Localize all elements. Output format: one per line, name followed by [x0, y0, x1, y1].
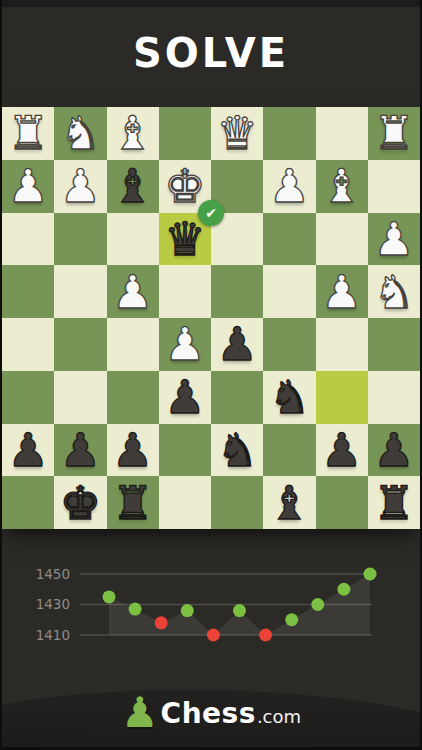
- black-queen-piece: ♛: [164, 216, 205, 262]
- square-h3[interactable]: [2, 213, 54, 266]
- square-g4[interactable]: [54, 265, 106, 318]
- black-king-piece: ♚: [60, 480, 101, 526]
- square-h1[interactable]: ♜: [2, 107, 54, 160]
- square-c8[interactable]: ♝: [263, 476, 315, 529]
- square-e4[interactable]: [159, 265, 211, 318]
- white-pawn-piece: ♟: [112, 269, 153, 315]
- rating-point-4-win: [181, 604, 194, 617]
- rating-point-10-win: [337, 583, 350, 596]
- square-f6[interactable]: [107, 371, 159, 424]
- white-pawn-piece: ♟: [164, 321, 205, 367]
- square-d6[interactable]: [211, 371, 263, 424]
- square-f5[interactable]: [107, 318, 159, 371]
- square-f7[interactable]: ♟: [107, 424, 159, 477]
- black-pawn-piece: ♟: [373, 427, 414, 473]
- square-c5[interactable]: [263, 318, 315, 371]
- white-king-piece: ♚: [164, 163, 205, 209]
- square-b4[interactable]: ♟: [316, 265, 368, 318]
- square-h7[interactable]: ♟: [2, 424, 54, 477]
- square-e6[interactable]: ♟: [159, 371, 211, 424]
- square-b5[interactable]: [316, 318, 368, 371]
- brand-name: Chess: [161, 697, 256, 730]
- white-pawn-piece: ♟: [8, 163, 49, 209]
- square-e5[interactable]: ♟: [159, 318, 211, 371]
- black-bishop-piece: ♝: [112, 163, 153, 209]
- black-knight-piece: ♞: [269, 374, 310, 420]
- square-a7[interactable]: ♟: [368, 424, 420, 477]
- rating-point-8-win: [285, 613, 298, 626]
- black-pawn-piece: ♟: [60, 427, 101, 473]
- rating-point-7-loss: [259, 629, 272, 642]
- square-f3[interactable]: [107, 213, 159, 266]
- chess-board: ♜♞♝♛♜♟♟♝♚♟♝♛♟♟♟♞♟♟♟♞♟♟♟♞♟♟♚♜♝♜✔: [2, 107, 420, 529]
- square-d7[interactable]: ♞: [211, 424, 263, 477]
- app-screen: SOLVE ♜♞♝♛♜♟♟♝♚♟♝♛♟♟♟♞♟♟♟♞♟♟♟♞♟♟♚♜♝♜✔ 14…: [0, 0, 422, 750]
- square-a5[interactable]: [368, 318, 420, 371]
- square-b1[interactable]: [316, 107, 368, 160]
- black-rook-piece: ♜: [112, 480, 153, 526]
- rating-point-3-loss: [155, 616, 168, 629]
- square-b7[interactable]: ♟: [316, 424, 368, 477]
- white-pawn-piece: ♟: [269, 163, 310, 209]
- rating-point-1-win: [103, 590, 116, 603]
- rating-point-6-win: [233, 604, 246, 617]
- square-g8[interactable]: ♚: [54, 476, 106, 529]
- square-e8[interactable]: [159, 476, 211, 529]
- square-a3[interactable]: ♟: [368, 213, 420, 266]
- square-h6[interactable]: [2, 371, 54, 424]
- chesscom-logo: ♟Chess.com: [2, 688, 420, 738]
- rating-point-11-win: [364, 568, 377, 581]
- black-bishop-piece: ♝: [269, 480, 310, 526]
- square-a6[interactable]: [368, 371, 420, 424]
- square-h5[interactable]: [2, 318, 54, 371]
- white-pawn-piece: ♟: [321, 269, 362, 315]
- rating-point-2-win: [129, 603, 142, 616]
- square-c7[interactable]: [263, 424, 315, 477]
- white-rook-piece: ♜: [373, 110, 414, 156]
- brand-tld: .com: [257, 706, 301, 727]
- page-title: SOLVE: [2, 30, 420, 76]
- square-c2[interactable]: ♟: [263, 160, 315, 213]
- white-rook-piece: ♜: [8, 110, 49, 156]
- white-bishop-piece: ♝: [321, 163, 362, 209]
- black-pawn-piece: ♟: [321, 427, 362, 473]
- square-h2[interactable]: ♟: [2, 160, 54, 213]
- square-a1[interactable]: ♜: [368, 107, 420, 160]
- check-icon: ✔: [205, 206, 217, 220]
- rating-chart: 145014301410: [2, 552, 422, 662]
- square-g6[interactable]: [54, 371, 106, 424]
- square-a2[interactable]: [368, 160, 420, 213]
- white-bishop-piece: ♝: [112, 110, 153, 156]
- square-g1[interactable]: ♞: [54, 107, 106, 160]
- pawn-logo-icon: ♟: [121, 692, 159, 734]
- status-bar-strip: [2, 0, 420, 7]
- rating-point-5-loss: [207, 629, 220, 642]
- square-e7[interactable]: [159, 424, 211, 477]
- square-c3[interactable]: [263, 213, 315, 266]
- square-a4[interactable]: ♞: [368, 265, 420, 318]
- square-e1[interactable]: [159, 107, 211, 160]
- square-d4[interactable]: [211, 265, 263, 318]
- square-g5[interactable]: [54, 318, 106, 371]
- black-pawn-piece: ♟: [8, 427, 49, 473]
- white-knight-piece: ♞: [373, 269, 414, 315]
- white-queen-piece: ♛: [217, 110, 258, 156]
- square-c1[interactable]: [263, 107, 315, 160]
- square-d1[interactable]: ♛: [211, 107, 263, 160]
- square-c4[interactable]: [263, 265, 315, 318]
- square-b2[interactable]: ♝: [316, 160, 368, 213]
- square-d5[interactable]: ♟: [211, 318, 263, 371]
- white-pawn-piece: ♟: [60, 163, 101, 209]
- square-b6[interactable]: [316, 371, 368, 424]
- square-f1[interactable]: ♝: [107, 107, 159, 160]
- square-b8[interactable]: [316, 476, 368, 529]
- black-knight-piece: ♞: [217, 427, 258, 473]
- black-pawn-piece: ♟: [164, 374, 205, 420]
- square-b3[interactable]: [316, 213, 368, 266]
- ytick-label-1450: 1450: [36, 566, 70, 582]
- square-f2[interactable]: ♝: [107, 160, 159, 213]
- correct-move-badge: ✔: [198, 200, 224, 226]
- square-a8[interactable]: ♜: [368, 476, 420, 529]
- square-d8[interactable]: [211, 476, 263, 529]
- rating-point-9-win: [311, 598, 324, 611]
- square-f8[interactable]: ♜: [107, 476, 159, 529]
- square-g2[interactable]: ♟: [54, 160, 106, 213]
- black-pawn-piece: ♟: [217, 321, 258, 367]
- ytick-label-1410: 1410: [36, 627, 70, 643]
- square-f4[interactable]: ♟: [107, 265, 159, 318]
- ytick-label-1430: 1430: [36, 596, 70, 612]
- square-c6[interactable]: ♞: [263, 371, 315, 424]
- square-h4[interactable]: [2, 265, 54, 318]
- square-g3[interactable]: [54, 213, 106, 266]
- white-pawn-piece: ♟: [373, 216, 414, 262]
- black-pawn-piece: ♟: [112, 427, 153, 473]
- square-g7[interactable]: ♟: [54, 424, 106, 477]
- white-knight-piece: ♞: [60, 110, 101, 156]
- black-rook-piece: ♜: [373, 480, 414, 526]
- square-h8[interactable]: [2, 476, 54, 529]
